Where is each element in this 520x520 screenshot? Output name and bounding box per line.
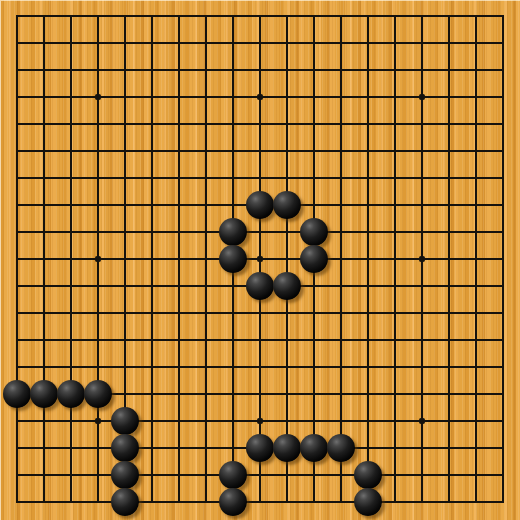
star-point xyxy=(419,94,425,100)
black-stone xyxy=(30,380,58,408)
black-stone xyxy=(246,272,274,300)
star-point xyxy=(95,418,101,424)
black-stone xyxy=(300,245,328,273)
black-stone xyxy=(111,488,139,516)
black-stone xyxy=(300,434,328,462)
black-stone xyxy=(300,218,328,246)
star-point xyxy=(419,256,425,262)
black-stone xyxy=(84,380,112,408)
black-stone xyxy=(111,461,139,489)
black-stone xyxy=(57,380,85,408)
black-stone xyxy=(3,380,31,408)
star-point xyxy=(257,418,263,424)
black-stone xyxy=(219,218,247,246)
black-stone xyxy=(246,191,274,219)
star-point xyxy=(257,94,263,100)
black-stone xyxy=(273,191,301,219)
black-stone xyxy=(246,434,274,462)
black-stone xyxy=(111,434,139,462)
black-stone xyxy=(273,272,301,300)
black-stone xyxy=(354,461,382,489)
star-point xyxy=(95,94,101,100)
star-point xyxy=(95,256,101,262)
black-stone xyxy=(273,434,301,462)
black-stone xyxy=(219,488,247,516)
star-point xyxy=(419,418,425,424)
go-board[interactable] xyxy=(0,0,520,520)
black-stone xyxy=(327,434,355,462)
black-stone xyxy=(219,461,247,489)
star-point xyxy=(257,256,263,262)
black-stone xyxy=(111,407,139,435)
black-stone xyxy=(354,488,382,516)
black-stone xyxy=(219,245,247,273)
